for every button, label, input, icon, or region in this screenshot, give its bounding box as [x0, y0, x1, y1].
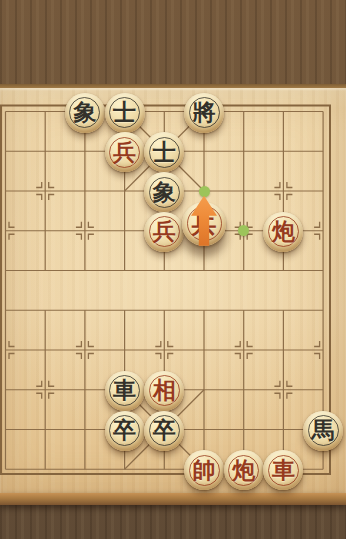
piece-character: 帥: [184, 450, 224, 490]
piece-black-elephant-1[interactable]: 象: [65, 93, 105, 133]
piece-red-elephant-1[interactable]: 相: [144, 371, 184, 411]
piece-black-soldier-1[interactable]: 卒: [105, 411, 145, 451]
piece-character: 相: [144, 371, 184, 411]
piece-character: 馬: [303, 411, 343, 451]
piece-character: 將: [184, 93, 224, 133]
piece-character: 炮: [224, 450, 264, 490]
piece-black-chariot-1[interactable]: 車: [105, 371, 145, 411]
xiangqi-game-screen: 象士將兵士象兵兵炮車相卒卒馬帥炮車: [0, 0, 346, 539]
piece-black-elephant-2[interactable]: 象: [144, 172, 184, 212]
piece-character: 兵: [144, 212, 184, 252]
piece-red-chariot-1[interactable]: 車: [263, 450, 303, 490]
move-hint-dot[interactable]: [199, 186, 210, 197]
piece-black-horse-1[interactable]: 馬: [303, 411, 343, 451]
piece-character: 兵: [105, 132, 145, 172]
piece-character: 卒: [105, 411, 145, 451]
piece-black-advisor-2[interactable]: 士: [144, 132, 184, 172]
piece-character: 士: [144, 132, 184, 172]
piece-character: 車: [263, 450, 303, 490]
piece-black-general[interactable]: 將: [184, 93, 224, 133]
piece-red-cannon-2[interactable]: 炮: [224, 450, 264, 490]
piece-red-general[interactable]: 帥: [184, 450, 224, 490]
board-front-edge: [0, 493, 346, 505]
piece-red-soldier-1[interactable]: 兵: [105, 132, 145, 172]
piece-black-soldier-2[interactable]: 卒: [144, 411, 184, 451]
piece-red-soldier-2[interactable]: 兵: [144, 212, 184, 252]
piece-red-cannon-1[interactable]: 炮: [263, 212, 303, 252]
piece-character: 炮: [263, 212, 303, 252]
piece-character: 卒: [144, 411, 184, 451]
piece-character: 象: [65, 93, 105, 133]
piece-black-advisor-1[interactable]: 士: [105, 93, 145, 133]
piece-character: 象: [144, 172, 184, 212]
piece-character: 車: [105, 371, 145, 411]
piece-character: 士: [105, 93, 145, 133]
